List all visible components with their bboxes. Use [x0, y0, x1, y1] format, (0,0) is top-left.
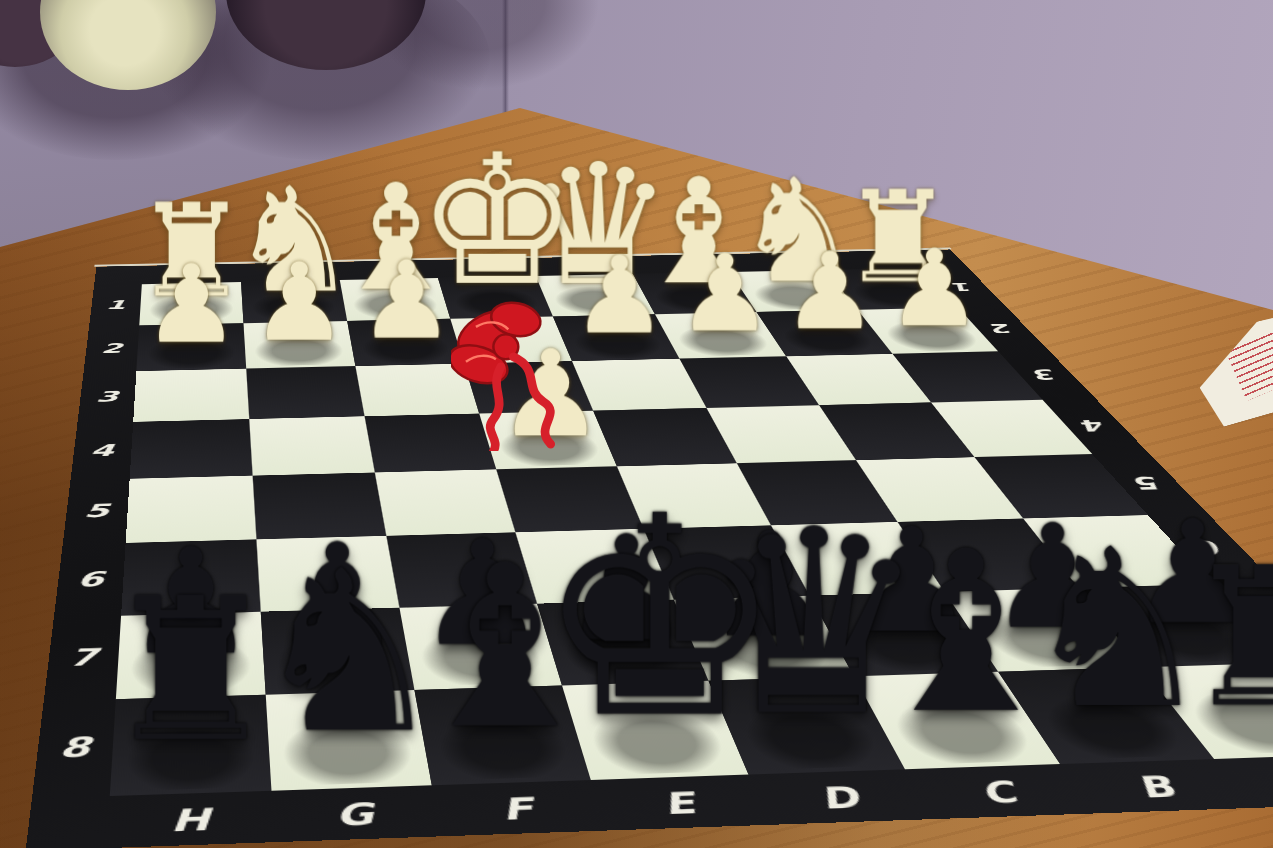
gift-ribbon-icon [451, 292, 581, 457]
square-c2[interactable]: ♟ [655, 312, 786, 359]
square-g4[interactable] [249, 416, 375, 475]
file-label-f: F [497, 791, 538, 826]
square-h4[interactable] [130, 419, 253, 479]
rank-label-left-4: 4 [89, 441, 115, 460]
rank-label-left-7: 7 [67, 643, 99, 671]
square-f2[interactable]: ♟ [347, 319, 464, 366]
square-h8[interactable]: ♜ [110, 695, 272, 796]
rank-label-left-8: 8 [58, 731, 93, 763]
square-g8[interactable]: ♞ [266, 690, 432, 791]
file-label-e: E [657, 786, 702, 821]
white-pawn: ♟ [677, 243, 773, 344]
photo-frame: ♜♞♝♚♛♝♞♜♟♟♟♟♟♟♟♟♟♟♟♟♟♟♟♟♜♞♝♚♛♝♞♜ 1234567… [0, 0, 1273, 848]
rank-label-left-6: 6 [76, 567, 106, 591]
file-label-d: D [812, 780, 867, 815]
rank-label-left-5: 5 [83, 500, 111, 521]
rank-label-right-2: 2 [985, 321, 1019, 336]
rank-label-left-3: 3 [95, 388, 120, 405]
rank-label-left-2: 2 [100, 341, 124, 356]
square-h3[interactable] [133, 369, 249, 422]
file-label-h: H [170, 802, 211, 838]
white-pawn: ♟ [782, 241, 877, 342]
square-g2[interactable]: ♟ [244, 321, 356, 369]
white-pawn: ♟ [887, 239, 982, 340]
rank-label-right-4: 4 [1074, 417, 1114, 435]
rank-label-right-3: 3 [1027, 366, 1064, 382]
chess-board: ♜♞♝♚♛♝♞♜♟♟♟♟♟♟♟♟♟♟♟♟♟♟♟♟♜♞♝♚♛♝♞♜ 1234567… [26, 249, 1273, 848]
board-scene: ♜♞♝♚♛♝♞♜♟♟♟♟♟♟♟♟♟♟♟♟♟♟♟♟♜♞♝♚♛♝♞♜ 1234567… [0, 0, 1273, 848]
black-rook: ♜ [102, 577, 279, 765]
white-pawn: ♟ [251, 252, 348, 354]
rank-label-left-1: 1 [105, 298, 127, 312]
file-label-b: B [1126, 770, 1186, 804]
white-pawn: ♟ [358, 250, 454, 352]
file-label-g: G [333, 796, 377, 832]
file-label-c: C [971, 775, 1026, 810]
white-pawn: ♟ [143, 254, 240, 357]
square-h2[interactable]: ♟ [136, 323, 246, 371]
chess-board-squares: ♜♞♝♚♛♝♞♜♟♟♟♟♟♟♟♟♟♟♟♟♟♟♟♟♜♞♝♚♛♝♞♜ [110, 268, 1273, 796]
square-g3[interactable] [246, 366, 364, 419]
